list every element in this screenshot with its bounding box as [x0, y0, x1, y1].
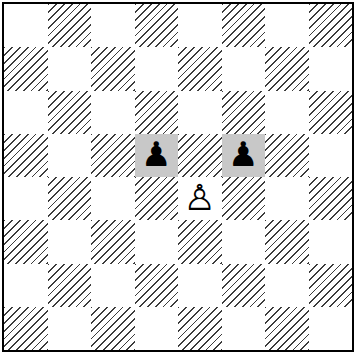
square-d2[interactable]: [135, 264, 179, 307]
square-d5[interactable]: ♟: [135, 134, 179, 177]
square-g2[interactable]: [265, 264, 309, 307]
square-h6[interactable]: [309, 91, 353, 134]
square-a1[interactable]: [4, 307, 48, 350]
square-d8[interactable]: [135, 4, 179, 47]
square-e5[interactable]: [178, 134, 222, 177]
square-h8[interactable]: [309, 4, 353, 47]
square-g6[interactable]: [265, 91, 309, 134]
square-c8[interactable]: [91, 4, 135, 47]
square-a3[interactable]: [4, 220, 48, 263]
square-f1[interactable]: [222, 307, 266, 350]
square-g3[interactable]: [265, 220, 309, 263]
square-d7[interactable]: [135, 47, 179, 90]
square-f8[interactable]: [222, 4, 266, 47]
square-b6[interactable]: [48, 91, 92, 134]
square-e4[interactable]: ♙: [178, 177, 222, 220]
square-f3[interactable]: [222, 220, 266, 263]
square-a6[interactable]: [4, 91, 48, 134]
square-g8[interactable]: [265, 4, 309, 47]
square-b1[interactable]: [48, 307, 92, 350]
square-h2[interactable]: [309, 264, 353, 307]
square-e7[interactable]: [178, 47, 222, 90]
square-d6[interactable]: [135, 91, 179, 134]
square-h4[interactable]: [309, 177, 353, 220]
square-h1[interactable]: [309, 307, 353, 350]
square-g1[interactable]: [265, 307, 309, 350]
square-d4[interactable]: [135, 177, 179, 220]
chess-diagram: ♟♟♙: [0, 0, 352, 350]
square-a2[interactable]: [4, 264, 48, 307]
square-b2[interactable]: [48, 264, 92, 307]
square-g5[interactable]: [265, 134, 309, 177]
square-b8[interactable]: [48, 4, 92, 47]
square-f4[interactable]: [222, 177, 266, 220]
square-b4[interactable]: [48, 177, 92, 220]
square-c3[interactable]: [91, 220, 135, 263]
square-b3[interactable]: [48, 220, 92, 263]
square-f2[interactable]: [222, 264, 266, 307]
square-c5[interactable]: [91, 134, 135, 177]
square-a5[interactable]: [4, 134, 48, 177]
square-e3[interactable]: [178, 220, 222, 263]
square-c6[interactable]: [91, 91, 135, 134]
square-c2[interactable]: [91, 264, 135, 307]
square-h7[interactable]: [309, 47, 353, 90]
square-e6[interactable]: [178, 91, 222, 134]
square-h5[interactable]: [309, 134, 353, 177]
square-d3[interactable]: [135, 220, 179, 263]
square-e8[interactable]: [178, 4, 222, 47]
square-f7[interactable]: [222, 47, 266, 90]
white-pawn[interactable]: ♙: [184, 180, 216, 216]
square-b7[interactable]: [48, 47, 92, 90]
square-a4[interactable]: [4, 177, 48, 220]
square-e2[interactable]: [178, 264, 222, 307]
square-c7[interactable]: [91, 47, 135, 90]
square-f5[interactable]: ♟: [222, 134, 266, 177]
square-d1[interactable]: [135, 307, 179, 350]
square-f6[interactable]: [222, 91, 266, 134]
square-e1[interactable]: [178, 307, 222, 350]
square-b5[interactable]: [48, 134, 92, 177]
square-h3[interactable]: [309, 220, 353, 263]
black-pawn[interactable]: ♟: [228, 137, 258, 171]
square-a8[interactable]: [4, 4, 48, 47]
square-a7[interactable]: [4, 47, 48, 90]
black-pawn[interactable]: ♟: [141, 137, 171, 171]
square-c1[interactable]: [91, 307, 135, 350]
square-c4[interactable]: [91, 177, 135, 220]
chess-board: ♟♟♙: [2, 2, 354, 352]
square-g4[interactable]: [265, 177, 309, 220]
square-g7[interactable]: [265, 47, 309, 90]
